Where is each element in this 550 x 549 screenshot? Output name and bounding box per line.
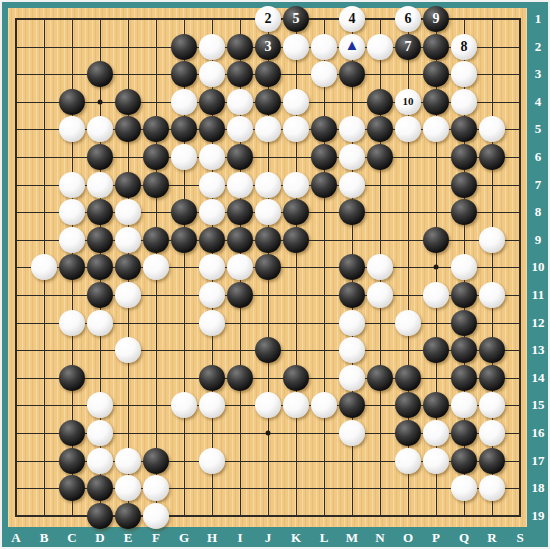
white-stone[interactable]	[199, 61, 225, 87]
black-stone[interactable]	[87, 254, 113, 280]
black-stone[interactable]	[255, 337, 281, 363]
white-stone[interactable]	[87, 172, 113, 198]
triangle-marker: ▲	[345, 38, 360, 53]
black-stone[interactable]	[451, 199, 477, 225]
black-stone[interactable]	[311, 116, 337, 142]
white-stone[interactable]	[199, 34, 225, 60]
black-stone[interactable]	[143, 116, 169, 142]
black-stone[interactable]	[87, 144, 113, 170]
black-stone[interactable]	[87, 199, 113, 225]
black-stone[interactable]: 9	[423, 6, 449, 32]
white-stone[interactable]	[423, 448, 449, 474]
white-stone[interactable]	[115, 475, 141, 501]
black-stone[interactable]	[283, 365, 309, 391]
white-stone[interactable]	[59, 116, 85, 142]
black-stone[interactable]	[87, 61, 113, 87]
white-stone[interactable]	[171, 392, 197, 418]
white-stone[interactable]	[199, 172, 225, 198]
black-stone[interactable]	[339, 392, 365, 418]
white-stone[interactable]	[451, 475, 477, 501]
row-label: 11	[528, 287, 548, 303]
black-stone[interactable]	[115, 172, 141, 198]
move-number-label: 10	[403, 96, 414, 107]
white-stone[interactable]	[479, 392, 505, 418]
black-stone[interactable]	[451, 310, 477, 336]
white-stone[interactable]	[171, 89, 197, 115]
row-label: 6	[528, 149, 548, 165]
white-stone[interactable]	[283, 34, 309, 60]
row-label: 1	[528, 11, 548, 27]
black-stone[interactable]: 5	[283, 6, 309, 32]
column-label: S	[516, 530, 523, 546]
white-stone[interactable]: 6	[395, 6, 421, 32]
black-stone[interactable]	[227, 199, 253, 225]
white-stone[interactable]	[143, 254, 169, 280]
black-stone[interactable]	[87, 475, 113, 501]
white-stone[interactable]	[199, 392, 225, 418]
black-stone[interactable]	[171, 34, 197, 60]
white-stone[interactable]	[367, 282, 393, 308]
black-stone[interactable]	[59, 365, 85, 391]
black-stone[interactable]	[143, 448, 169, 474]
black-stone[interactable]	[255, 227, 281, 253]
move-number-label: 8	[461, 40, 468, 54]
white-stone[interactable]	[367, 34, 393, 60]
white-stone[interactable]	[423, 116, 449, 142]
black-stone[interactable]	[227, 365, 253, 391]
black-stone[interactable]	[199, 227, 225, 253]
row-label: 2	[528, 39, 548, 55]
white-stone[interactable]	[339, 365, 365, 391]
star-point	[266, 431, 271, 436]
white-stone[interactable]	[283, 89, 309, 115]
black-stone[interactable]	[87, 282, 113, 308]
white-stone[interactable]	[87, 116, 113, 142]
white-stone[interactable]	[423, 420, 449, 446]
black-stone[interactable]	[451, 365, 477, 391]
white-stone[interactable]	[115, 282, 141, 308]
move-number-label: 9	[433, 12, 440, 26]
white-stone[interactable]	[395, 448, 421, 474]
move-number-label: 3	[265, 40, 272, 54]
black-stone[interactable]	[199, 116, 225, 142]
white-stone[interactable]	[311, 61, 337, 87]
black-stone[interactable]	[59, 420, 85, 446]
black-stone[interactable]	[479, 448, 505, 474]
move-number-label: 5	[293, 12, 300, 26]
black-stone[interactable]	[227, 34, 253, 60]
black-stone[interactable]	[143, 144, 169, 170]
white-stone[interactable]	[283, 172, 309, 198]
white-stone[interactable]	[227, 89, 253, 115]
row-label: 19	[528, 508, 548, 524]
white-stone[interactable]	[255, 172, 281, 198]
column-label: F	[152, 530, 160, 546]
black-stone[interactable]	[115, 254, 141, 280]
white-stone[interactable]	[115, 199, 141, 225]
move-number-label: 4	[349, 12, 356, 26]
black-stone[interactable]	[255, 254, 281, 280]
white-stone[interactable]	[143, 503, 169, 529]
black-stone[interactable]	[395, 392, 421, 418]
column-label: I	[237, 530, 242, 546]
black-stone[interactable]	[115, 503, 141, 529]
black-stone[interactable]	[423, 227, 449, 253]
black-stone[interactable]	[87, 503, 113, 529]
white-stone[interactable]	[339, 310, 365, 336]
black-stone[interactable]	[367, 116, 393, 142]
black-stone[interactable]	[451, 282, 477, 308]
black-stone[interactable]	[311, 144, 337, 170]
column-label: J	[265, 530, 272, 546]
white-stone[interactable]	[199, 144, 225, 170]
white-stone[interactable]	[367, 254, 393, 280]
white-stone[interactable]: 2	[255, 6, 281, 32]
column-label: G	[179, 530, 189, 546]
white-stone[interactable]: 10	[395, 89, 421, 115]
black-stone[interactable]	[171, 116, 197, 142]
black-stone[interactable]	[423, 34, 449, 60]
column-label: L	[320, 530, 329, 546]
white-stone[interactable]	[311, 392, 337, 418]
white-stone[interactable]	[199, 448, 225, 474]
black-stone[interactable]	[451, 172, 477, 198]
white-stone[interactable]	[227, 172, 253, 198]
black-stone[interactable]	[479, 144, 505, 170]
row-label: 8	[528, 204, 548, 220]
black-stone[interactable]	[227, 144, 253, 170]
white-stone[interactable]	[87, 310, 113, 336]
white-stone[interactable]	[199, 254, 225, 280]
white-stone[interactable]	[451, 254, 477, 280]
white-stone[interactable]	[227, 254, 253, 280]
go-board-screenshot: 254693▲7810ABCDEFGHIJKLMNOPQRS1234567891…	[0, 0, 550, 549]
white-stone[interactable]: 8	[451, 34, 477, 60]
black-stone[interactable]	[479, 337, 505, 363]
black-stone[interactable]	[423, 89, 449, 115]
white-stone[interactable]	[255, 392, 281, 418]
white-stone[interactable]: 4	[339, 6, 365, 32]
row-label: 3	[528, 66, 548, 82]
white-stone[interactable]	[451, 89, 477, 115]
black-stone[interactable]	[115, 89, 141, 115]
row-label: 12	[528, 315, 548, 331]
black-stone[interactable]	[283, 199, 309, 225]
white-stone[interactable]	[395, 310, 421, 336]
row-label: 15	[528, 397, 548, 413]
black-stone[interactable]	[339, 199, 365, 225]
white-stone[interactable]	[479, 227, 505, 253]
white-stone[interactable]	[311, 34, 337, 60]
black-stone[interactable]	[367, 144, 393, 170]
black-stone[interactable]	[199, 365, 225, 391]
white-stone[interactable]	[479, 282, 505, 308]
white-stone[interactable]	[255, 116, 281, 142]
black-stone[interactable]	[255, 61, 281, 87]
white-stone[interactable]	[199, 282, 225, 308]
column-label: N	[375, 530, 384, 546]
column-label: D	[95, 530, 104, 546]
black-stone[interactable]	[87, 227, 113, 253]
white-stone[interactable]	[59, 199, 85, 225]
white-stone[interactable]	[87, 448, 113, 474]
white-stone[interactable]	[143, 475, 169, 501]
black-stone[interactable]	[423, 61, 449, 87]
black-stone[interactable]	[59, 448, 85, 474]
black-stone[interactable]	[451, 448, 477, 474]
black-stone[interactable]	[59, 475, 85, 501]
star-point	[434, 265, 439, 270]
white-stone[interactable]	[227, 116, 253, 142]
board-layer: 254693▲7810ABCDEFGHIJKLMNOPQRS1234567891…	[0, 0, 550, 549]
black-stone[interactable]	[199, 89, 225, 115]
black-stone[interactable]	[227, 282, 253, 308]
white-stone[interactable]	[283, 116, 309, 142]
row-label: 9	[528, 232, 548, 248]
column-label: P	[432, 530, 440, 546]
move-number-label: 6	[405, 12, 412, 26]
black-stone[interactable]	[143, 227, 169, 253]
white-stone[interactable]	[59, 227, 85, 253]
black-stone[interactable]	[59, 89, 85, 115]
black-stone[interactable]	[367, 89, 393, 115]
white-stone[interactable]	[115, 448, 141, 474]
white-stone[interactable]	[339, 172, 365, 198]
column-label: R	[487, 530, 496, 546]
white-stone[interactable]	[479, 420, 505, 446]
column-label: A	[11, 530, 20, 546]
grid-line-vertical	[519, 18, 521, 517]
black-stone[interactable]	[451, 420, 477, 446]
column-label: M	[346, 530, 358, 546]
black-stone[interactable]	[423, 337, 449, 363]
column-label: B	[40, 530, 49, 546]
black-stone[interactable]	[395, 365, 421, 391]
black-stone[interactable]	[171, 199, 197, 225]
white-stone[interactable]	[451, 61, 477, 87]
star-point	[98, 99, 103, 104]
black-stone[interactable]	[227, 61, 253, 87]
white-stone[interactable]	[339, 420, 365, 446]
white-stone[interactable]	[115, 227, 141, 253]
white-stone[interactable]	[115, 337, 141, 363]
white-stone[interactable]	[479, 116, 505, 142]
black-stone[interactable]	[423, 392, 449, 418]
black-stone[interactable]	[451, 337, 477, 363]
row-label: 10	[528, 259, 548, 275]
white-stone[interactable]	[479, 475, 505, 501]
white-stone[interactable]	[255, 199, 281, 225]
black-stone[interactable]	[171, 61, 197, 87]
black-stone[interactable]	[227, 227, 253, 253]
white-stone[interactable]	[31, 254, 57, 280]
black-stone[interactable]	[367, 365, 393, 391]
white-stone[interactable]	[451, 392, 477, 418]
black-stone[interactable]	[479, 365, 505, 391]
black-stone[interactable]	[255, 89, 281, 115]
move-number-label: 7	[405, 40, 412, 54]
white-stone[interactable]	[199, 199, 225, 225]
black-stone[interactable]: 3	[255, 34, 281, 60]
row-label: 4	[528, 94, 548, 110]
column-label: H	[207, 530, 217, 546]
white-stone[interactable]	[283, 392, 309, 418]
row-label: 16	[528, 425, 548, 441]
white-stone[interactable]	[339, 144, 365, 170]
black-stone[interactable]	[451, 116, 477, 142]
white-stone[interactable]	[395, 116, 421, 142]
black-stone[interactable]	[311, 172, 337, 198]
grid-line-horizontal	[15, 378, 521, 379]
white-stone[interactable]	[87, 392, 113, 418]
row-label: 7	[528, 177, 548, 193]
black-stone[interactable]	[143, 172, 169, 198]
white-stone[interactable]	[171, 144, 197, 170]
white-stone[interactable]	[59, 310, 85, 336]
black-stone[interactable]: 7	[395, 34, 421, 60]
white-stone[interactable]	[339, 337, 365, 363]
row-label: 5	[528, 121, 548, 137]
black-stone[interactable]	[339, 254, 365, 280]
row-label: 13	[528, 342, 548, 358]
row-label: 17	[528, 453, 548, 469]
black-stone[interactable]	[451, 144, 477, 170]
white-stone[interactable]	[423, 282, 449, 308]
white-stone[interactable]	[59, 172, 85, 198]
black-stone[interactable]	[171, 227, 197, 253]
row-label: 14	[528, 370, 548, 386]
column-label: E	[124, 530, 133, 546]
black-stone[interactable]	[283, 227, 309, 253]
white-stone[interactable]	[87, 420, 113, 446]
white-stone[interactable]	[199, 310, 225, 336]
black-stone[interactable]	[59, 254, 85, 280]
column-label: Q	[459, 530, 469, 546]
move-number-label: 2	[265, 12, 272, 26]
black-stone[interactable]	[339, 282, 365, 308]
black-stone[interactable]	[395, 420, 421, 446]
white-stone[interactable]: ▲	[339, 34, 365, 60]
grid-line-vertical	[324, 18, 325, 517]
column-label: K	[291, 530, 301, 546]
white-stone[interactable]	[339, 116, 365, 142]
column-label: O	[403, 530, 413, 546]
row-label: 18	[528, 480, 548, 496]
black-stone[interactable]	[115, 116, 141, 142]
column-label: C	[67, 530, 76, 546]
black-stone[interactable]	[339, 61, 365, 87]
